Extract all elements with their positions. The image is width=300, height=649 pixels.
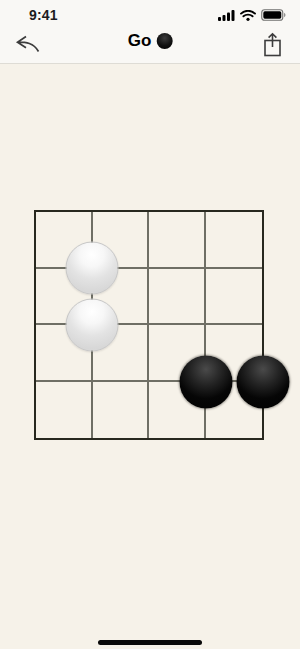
board-cell[interactable] xyxy=(149,325,206,382)
board-cell[interactable] xyxy=(149,382,206,439)
board-cell[interactable] xyxy=(93,269,150,326)
top-chrome: 9:41 xyxy=(0,0,300,64)
cellular-signal-icon xyxy=(218,10,235,21)
go-board[interactable] xyxy=(34,210,264,440)
wifi-icon xyxy=(240,10,256,21)
battery-icon xyxy=(261,9,286,21)
board-cell[interactable] xyxy=(93,325,150,382)
board-cell[interactable] xyxy=(149,269,206,326)
board-cell[interactable] xyxy=(36,382,93,439)
board-cell[interactable] xyxy=(149,212,206,269)
board-area xyxy=(0,64,300,649)
board-cell[interactable] xyxy=(93,382,150,439)
status-bar: 9:41 xyxy=(0,0,300,26)
page-title: Go xyxy=(128,31,173,51)
board-cell[interactable] xyxy=(206,382,263,439)
status-time: 9:41 xyxy=(29,7,58,23)
black-stone-turn-indicator-icon xyxy=(156,33,172,49)
page-title-text: Go xyxy=(128,31,152,51)
status-icons xyxy=(218,9,286,21)
home-indicator[interactable] xyxy=(98,640,202,645)
nav-bar: Go xyxy=(0,26,300,63)
undo-button[interactable] xyxy=(12,29,44,61)
board-cell[interactable] xyxy=(93,212,150,269)
board-cell[interactable] xyxy=(206,212,263,269)
undo-arrow-icon xyxy=(15,34,41,55)
share-button[interactable] xyxy=(256,29,288,61)
board-cell[interactable] xyxy=(206,269,263,326)
board-cell[interactable] xyxy=(206,325,263,382)
board-cell[interactable] xyxy=(36,212,93,269)
board-cell[interactable] xyxy=(36,269,93,326)
board-cell[interactable] xyxy=(36,325,93,382)
share-icon xyxy=(263,32,282,57)
go-board-grid[interactable] xyxy=(34,210,264,440)
